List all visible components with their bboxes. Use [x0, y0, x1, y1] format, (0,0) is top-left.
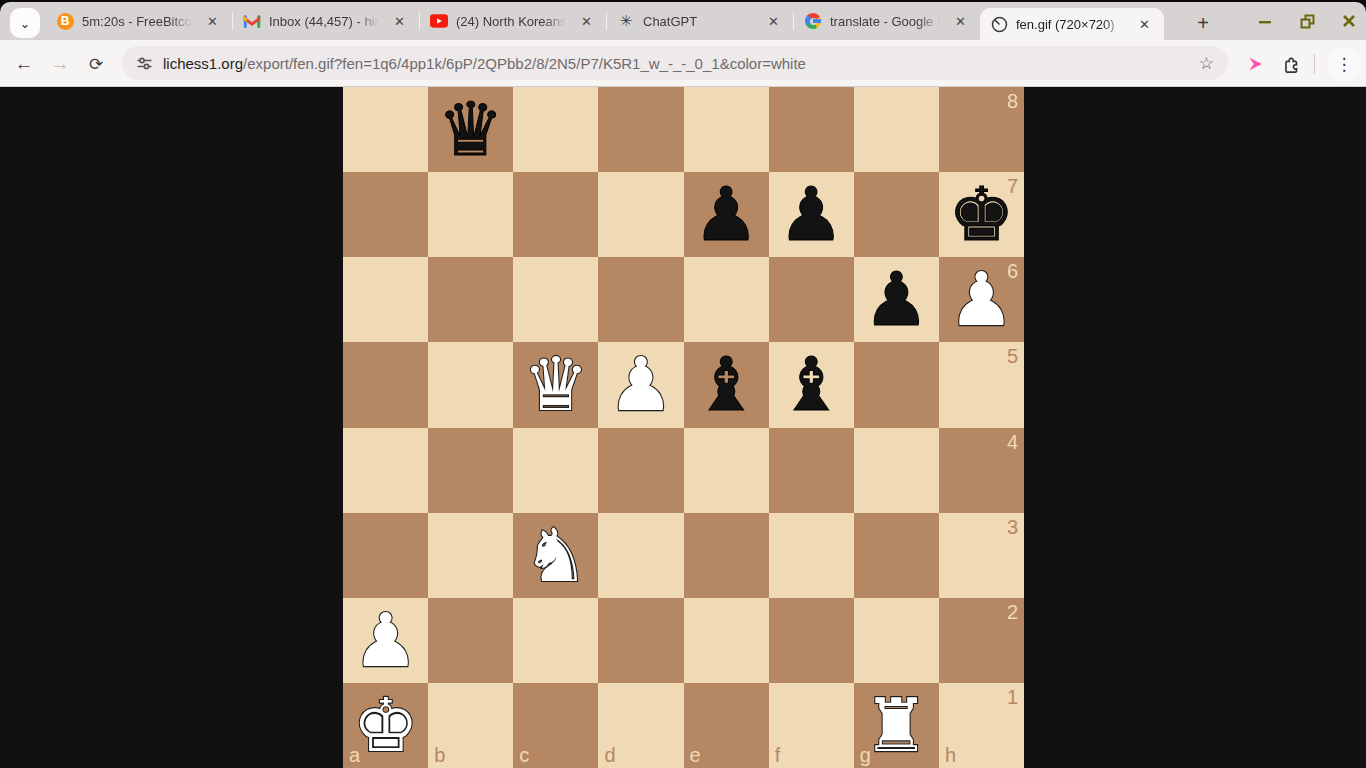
window-controls: [1254, 6, 1360, 36]
square-d5: ♟︎: [598, 342, 683, 427]
rank-label-1: 1: [1007, 686, 1018, 709]
url-path: /export/fen.gif?fen=1q6/4pp1k/6pP/2QPbb2…: [243, 55, 806, 72]
square-a6: [343, 257, 428, 342]
bitcoin-favicon: B: [56, 12, 74, 30]
square-c6: [513, 257, 598, 342]
square-c1: c: [513, 683, 598, 768]
square-a7: [343, 172, 428, 257]
image-placeholder-favicon: [990, 15, 1008, 33]
image-placeholder-favicon-icon: [991, 16, 1008, 33]
minimize-icon[interactable]: [1254, 10, 1276, 32]
tab-title: fen.gif (720×720): [1016, 17, 1127, 32]
square-e8: [684, 87, 769, 172]
white-king-a1: ♚: [352, 683, 418, 768]
square-g1: g♜: [854, 683, 939, 768]
square-h6: 6♟︎: [939, 257, 1024, 342]
square-d4: [598, 428, 683, 513]
back-arrow-icon: ←: [15, 53, 34, 75]
square-e5: ♝: [684, 342, 769, 427]
tab-close-icon[interactable]: ✕: [390, 12, 409, 31]
browser-window: ⌄ B5m:20s - FreeBitco.in -✕Inbox (44,457…: [0, 0, 1366, 768]
browser-toolbar: ← → ⟳ lichess1.org/export/fen.gif?fen=1q…: [0, 40, 1366, 87]
tabs-container: B5m:20s - FreeBitco.in -✕Inbox (44,457) …: [46, 2, 1164, 40]
tab-search-button[interactable]: ⌄: [10, 8, 40, 38]
square-c2: [513, 598, 598, 683]
square-f3: [769, 513, 854, 598]
square-b7: [428, 172, 513, 257]
url-domain: lichess1.org: [163, 55, 243, 72]
rank-label-8: 8: [1007, 90, 1018, 113]
restore-icon[interactable]: [1296, 10, 1318, 32]
square-c7: [513, 172, 598, 257]
square-g2: [854, 598, 939, 683]
tab-title: 5m:20s - FreeBitco.in -: [82, 14, 195, 29]
square-f1: f: [769, 683, 854, 768]
tab-close-icon[interactable]: ✕: [1135, 15, 1154, 34]
square-a8: [343, 87, 428, 172]
google-favicon: [804, 12, 822, 30]
square-e4: [684, 428, 769, 513]
square-e6: [684, 257, 769, 342]
black-pawn-e7: ♟︎: [693, 172, 759, 257]
square-b1: b: [428, 683, 513, 768]
chess-board: ♛8♟︎♟︎7♚♟︎6♟︎♛♟︎♝♝54♞3♟︎2a♚bcdefg♜1h: [343, 87, 1024, 768]
tab-title: translate - Google Sea: [830, 14, 943, 29]
square-f4: [769, 428, 854, 513]
square-h2: 2: [939, 598, 1024, 683]
rank-label-4: 4: [1007, 431, 1018, 454]
square-f6: [769, 257, 854, 342]
square-h7: 7♚: [939, 172, 1024, 257]
square-e7: ♟︎: [684, 172, 769, 257]
google-favicon-icon: [805, 13, 821, 29]
chevron-down-icon: ⌄: [20, 16, 31, 31]
tab-strip: ⌄ B5m:20s - FreeBitco.in -✕Inbox (44,457…: [0, 2, 1366, 40]
square-e2: [684, 598, 769, 683]
white-pawn-a2: ♟︎: [352, 598, 418, 683]
gmail-favicon: [243, 12, 261, 30]
tab-2[interactable]: Inbox (44,457) - hirohu✕: [233, 2, 419, 40]
white-queen-c5: ♛: [523, 342, 589, 427]
pink-extension-button[interactable]: [1240, 48, 1270, 80]
black-pawn-g6: ♟︎: [863, 257, 929, 342]
tab-3[interactable]: (24) North Koreans De✕: [420, 2, 606, 40]
tab-close-icon[interactable]: ✕: [577, 12, 596, 31]
tab-title: ChatGPT: [643, 14, 756, 29]
file-label-b: b: [434, 744, 445, 767]
square-b4: [428, 428, 513, 513]
square-c5: ♛: [513, 342, 598, 427]
tab-1[interactable]: B5m:20s - FreeBitco.in -✕: [46, 2, 232, 40]
youtube-favicon-icon: [430, 14, 448, 28]
tab-title: (24) North Koreans De: [456, 14, 569, 29]
address-bar[interactable]: lichess1.org/export/fen.gif?fen=1q6/4pp1…: [122, 46, 1228, 80]
white-pawn-h6: ♟︎: [948, 257, 1014, 342]
white-rook-g1: ♜: [863, 683, 929, 768]
square-g3: [854, 513, 939, 598]
gmail-favicon-icon: [243, 14, 261, 29]
file-label-g: g: [860, 744, 871, 767]
page-content: ♛8♟︎♟︎7♚♟︎6♟︎♛♟︎♝♝54♞3♟︎2a♚bcdefg♜1h: [0, 88, 1366, 768]
rank-label-7: 7: [1007, 175, 1018, 198]
tab-4[interactable]: ✳ChatGPT✕: [607, 2, 793, 40]
bookmark-star-icon[interactable]: ☆: [1199, 53, 1214, 74]
square-d6: [598, 257, 683, 342]
square-a2: ♟︎: [343, 598, 428, 683]
square-b2: [428, 598, 513, 683]
square-d1: d: [598, 683, 683, 768]
square-b3: [428, 513, 513, 598]
square-h5: 5: [939, 342, 1024, 427]
tab-5[interactable]: translate - Google Sea✕: [794, 2, 980, 40]
square-b8: ♛: [428, 87, 513, 172]
square-f2: [769, 598, 854, 683]
forward-button[interactable]: →: [44, 48, 76, 80]
square-h3: 3: [939, 513, 1024, 598]
file-label-c: c: [519, 744, 529, 767]
puzzle-icon: [1281, 54, 1302, 75]
black-bishop-e5: ♝: [693, 342, 759, 427]
black-king-h7: ♚: [948, 172, 1014, 257]
reload-button[interactable]: ⟳: [80, 48, 112, 80]
browser-menu-button[interactable]: ⋮: [1327, 47, 1361, 81]
square-g7: [854, 172, 939, 257]
rank-label-2: 2: [1007, 601, 1018, 624]
square-d8: [598, 87, 683, 172]
reload-icon: ⟳: [89, 54, 103, 75]
rank-label-3: 3: [1007, 516, 1018, 539]
square-b6: [428, 257, 513, 342]
square-b5: [428, 342, 513, 427]
square-e3: [684, 513, 769, 598]
white-knight-c3: ♞: [523, 513, 589, 598]
three-dot-menu-icon: ⋮: [1336, 54, 1353, 75]
back-button[interactable]: ←: [8, 48, 40, 80]
new-tab-button[interactable]: +: [1188, 8, 1218, 38]
tab-6-active[interactable]: fen.gif (720×720)✕: [980, 8, 1164, 40]
black-pawn-f7: ♟︎: [778, 172, 844, 257]
square-d7: [598, 172, 683, 257]
file-label-f: f: [775, 744, 781, 767]
square-a4: [343, 428, 428, 513]
square-g8: [854, 87, 939, 172]
tab-close-icon[interactable]: ✕: [951, 12, 970, 31]
square-g5: [854, 342, 939, 427]
url-text: lichess1.org/export/fen.gif?fen=1q6/4pp1…: [163, 55, 1189, 72]
rank-label-5: 5: [1007, 345, 1018, 368]
square-g6: ♟︎: [854, 257, 939, 342]
tab-title: Inbox (44,457) - hirohu: [269, 14, 382, 29]
file-label-h: h: [945, 744, 956, 767]
square-a3: [343, 513, 428, 598]
square-h4: 4: [939, 428, 1024, 513]
square-h1: 1h: [939, 683, 1024, 768]
square-h8: 8: [939, 87, 1024, 172]
black-bishop-f5: ♝: [778, 342, 844, 427]
white-pawn-d5: ♟︎: [608, 342, 674, 427]
bitcoin-favicon-icon: B: [57, 13, 74, 30]
toolbar-divider: [1314, 54, 1315, 74]
square-a5: [343, 342, 428, 427]
chatgpt-favicon-icon: ✳: [620, 12, 633, 30]
black-queen-b8: ♛: [438, 87, 504, 172]
square-d2: [598, 598, 683, 683]
extensions-button[interactable]: [1276, 48, 1306, 80]
rank-label-6: 6: [1007, 260, 1018, 283]
square-e1: e: [684, 683, 769, 768]
square-a1: a♚: [343, 683, 428, 768]
square-f8: [769, 87, 854, 172]
square-f5: ♝: [769, 342, 854, 427]
file-label-a: a: [349, 744, 360, 767]
file-label-e: e: [690, 744, 701, 767]
chatgpt-favicon: ✳: [617, 12, 635, 30]
square-c8: [513, 87, 598, 172]
square-f7: ♟︎: [769, 172, 854, 257]
pink-arrow-icon: [1245, 54, 1265, 74]
forward-arrow-icon: →: [51, 53, 70, 75]
site-settings-tune-icon[interactable]: [136, 55, 153, 72]
close-icon[interactable]: [1338, 10, 1360, 32]
file-label-d: d: [604, 744, 615, 767]
square-d3: [598, 513, 683, 598]
square-g4: [854, 428, 939, 513]
square-c4: [513, 428, 598, 513]
tab-close-icon[interactable]: ✕: [203, 12, 222, 31]
tab-close-icon[interactable]: ✕: [764, 12, 783, 31]
youtube-favicon: [430, 12, 448, 30]
square-c3: ♞: [513, 513, 598, 598]
